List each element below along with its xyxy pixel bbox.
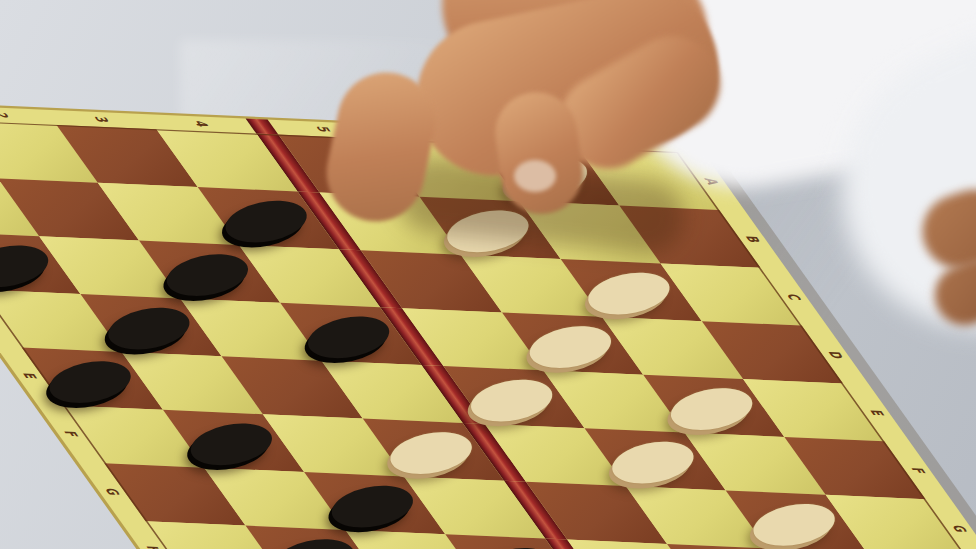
board-square[interactable]: ●: [585, 428, 726, 490]
photo-scene: 12345678A●AB●●BC●●●CD●●●DE●●●EF●●●FG●●GH…: [0, 0, 976, 549]
board-square[interactable]: ●: [419, 197, 560, 259]
black-piece[interactable]: ●: [165, 412, 302, 471]
white-piece[interactable]: ●: [422, 199, 559, 258]
board-square[interactable]: ●: [245, 526, 386, 549]
white-piece[interactable]: ●: [587, 430, 724, 489]
board-square[interactable]: ●: [445, 534, 586, 549]
black-piece[interactable]: ●: [448, 536, 585, 549]
board-square[interactable]: ●: [280, 303, 421, 365]
board-square[interactable]: ●: [163, 410, 304, 472]
black-piece[interactable]: ●: [248, 527, 385, 549]
board-square[interactable]: ●: [726, 490, 867, 549]
white-piece[interactable]: ●: [728, 492, 865, 549]
black-piece[interactable]: ●: [24, 349, 161, 408]
board-square[interactable]: ●: [22, 348, 163, 410]
black-piece[interactable]: ●: [282, 305, 419, 364]
